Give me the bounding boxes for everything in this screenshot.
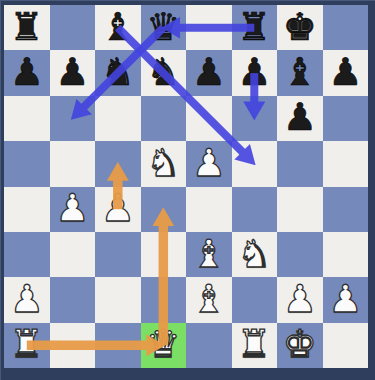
black-queen-d8[interactable]: ♛ bbox=[146, 8, 180, 46]
square-h5[interactable] bbox=[323, 141, 369, 186]
square-h6[interactable] bbox=[323, 96, 369, 141]
square-b5[interactable] bbox=[50, 141, 96, 186]
white-pawn-b4[interactable]: ♟ bbox=[55, 189, 89, 227]
square-d5[interactable]: ♞ bbox=[141, 141, 187, 186]
square-c4[interactable]: ♟ bbox=[95, 187, 141, 232]
square-f7[interactable]: ♟ bbox=[232, 50, 278, 95]
square-e4[interactable] bbox=[186, 187, 232, 232]
square-g2[interactable]: ♟ bbox=[277, 277, 323, 322]
square-b2[interactable] bbox=[50, 277, 96, 322]
square-g6[interactable]: ♟ bbox=[277, 96, 323, 141]
square-a6[interactable] bbox=[4, 96, 50, 141]
black-bishop-c8[interactable]: ♝ bbox=[101, 8, 135, 46]
white-knight-d5[interactable]: ♞ bbox=[146, 144, 180, 182]
black-rook-a8[interactable]: ♜ bbox=[10, 8, 44, 46]
square-a7[interactable]: ♟ bbox=[4, 50, 50, 95]
square-f6[interactable] bbox=[232, 96, 278, 141]
square-g3[interactable] bbox=[277, 232, 323, 277]
white-bishop-e3[interactable]: ♝ bbox=[192, 235, 226, 273]
white-queen-d1[interactable]: ♛ bbox=[146, 325, 180, 363]
chess-board-frame: ♜♝♛♜♚♟♟♞♞♟♟♝♟♟♞♟♟♟♝♞♟♝♟♟♜♛♜♚ bbox=[0, 0, 375, 380]
square-a8[interactable]: ♜ bbox=[4, 5, 50, 50]
square-b3[interactable] bbox=[50, 232, 96, 277]
square-h1[interactable] bbox=[323, 323, 369, 368]
square-a4[interactable] bbox=[4, 187, 50, 232]
square-c5[interactable] bbox=[95, 141, 141, 186]
square-g1[interactable]: ♚ bbox=[277, 323, 323, 368]
white-rook-a1[interactable]: ♜ bbox=[10, 325, 44, 363]
black-king-g8[interactable]: ♚ bbox=[283, 8, 317, 46]
black-knight-c7[interactable]: ♞ bbox=[101, 53, 135, 91]
black-pawn-h7[interactable]: ♟ bbox=[328, 53, 362, 91]
square-g5[interactable] bbox=[277, 141, 323, 186]
square-e8[interactable] bbox=[186, 5, 232, 50]
square-f5[interactable] bbox=[232, 141, 278, 186]
black-pawn-f7[interactable]: ♟ bbox=[237, 53, 271, 91]
square-c6[interactable] bbox=[95, 96, 141, 141]
square-d2[interactable] bbox=[141, 277, 187, 322]
square-h8[interactable] bbox=[323, 5, 369, 50]
square-g7[interactable]: ♝ bbox=[277, 50, 323, 95]
square-e3[interactable]: ♝ bbox=[186, 232, 232, 277]
square-c7[interactable]: ♞ bbox=[95, 50, 141, 95]
square-e2[interactable]: ♝ bbox=[186, 277, 232, 322]
square-c3[interactable] bbox=[95, 232, 141, 277]
square-a1[interactable]: ♜ bbox=[4, 323, 50, 368]
square-h4[interactable] bbox=[323, 187, 369, 232]
square-a3[interactable] bbox=[4, 232, 50, 277]
black-bishop-g7[interactable]: ♝ bbox=[283, 53, 317, 91]
square-e1[interactable] bbox=[186, 323, 232, 368]
white-pawn-e5[interactable]: ♟ bbox=[192, 144, 226, 182]
square-d7[interactable]: ♞ bbox=[141, 50, 187, 95]
white-pawn-c4[interactable]: ♟ bbox=[101, 189, 135, 227]
black-pawn-b7[interactable]: ♟ bbox=[55, 53, 89, 91]
white-pawn-g2[interactable]: ♟ bbox=[283, 280, 317, 318]
square-f2[interactable] bbox=[232, 277, 278, 322]
black-pawn-g6[interactable]: ♟ bbox=[283, 98, 317, 136]
square-c2[interactable] bbox=[95, 277, 141, 322]
black-pawn-e7[interactable]: ♟ bbox=[192, 53, 226, 91]
square-d1[interactable]: ♛ bbox=[141, 323, 187, 368]
white-king-g1[interactable]: ♚ bbox=[283, 325, 317, 363]
square-d8[interactable]: ♛ bbox=[141, 5, 187, 50]
square-f4[interactable] bbox=[232, 187, 278, 232]
square-f8[interactable]: ♜ bbox=[232, 5, 278, 50]
square-b1[interactable] bbox=[50, 323, 96, 368]
square-e6[interactable] bbox=[186, 96, 232, 141]
square-h2[interactable]: ♟ bbox=[323, 277, 369, 322]
square-f3[interactable]: ♞ bbox=[232, 232, 278, 277]
white-knight-f3[interactable]: ♞ bbox=[237, 235, 271, 273]
square-b8[interactable] bbox=[50, 5, 96, 50]
white-pawn-h2[interactable]: ♟ bbox=[328, 280, 362, 318]
square-g8[interactable]: ♚ bbox=[277, 5, 323, 50]
black-knight-d7[interactable]: ♞ bbox=[146, 53, 180, 91]
square-b6[interactable] bbox=[50, 96, 96, 141]
white-rook-f1[interactable]: ♜ bbox=[237, 325, 271, 363]
chess-board[interactable]: ♜♝♛♜♚♟♟♞♞♟♟♝♟♟♞♟♟♟♝♞♟♝♟♟♜♛♜♚ bbox=[4, 5, 368, 368]
square-e5[interactable]: ♟ bbox=[186, 141, 232, 186]
square-f1[interactable]: ♜ bbox=[232, 323, 278, 368]
square-d6[interactable] bbox=[141, 96, 187, 141]
square-b7[interactable]: ♟ bbox=[50, 50, 96, 95]
square-a2[interactable]: ♟ bbox=[4, 277, 50, 322]
white-bishop-e2[interactable]: ♝ bbox=[192, 280, 226, 318]
square-d4[interactable] bbox=[141, 187, 187, 232]
square-h7[interactable]: ♟ bbox=[323, 50, 369, 95]
square-a5[interactable] bbox=[4, 141, 50, 186]
black-pawn-a7[interactable]: ♟ bbox=[10, 53, 44, 91]
square-e7[interactable]: ♟ bbox=[186, 50, 232, 95]
square-g4[interactable] bbox=[277, 187, 323, 232]
square-d3[interactable] bbox=[141, 232, 187, 277]
white-pawn-a2[interactable]: ♟ bbox=[10, 280, 44, 318]
square-c1[interactable] bbox=[95, 323, 141, 368]
square-h3[interactable] bbox=[323, 232, 369, 277]
black-rook-f8[interactable]: ♜ bbox=[237, 8, 271, 46]
square-c8[interactable]: ♝ bbox=[95, 5, 141, 50]
square-b4[interactable]: ♟ bbox=[50, 187, 96, 232]
